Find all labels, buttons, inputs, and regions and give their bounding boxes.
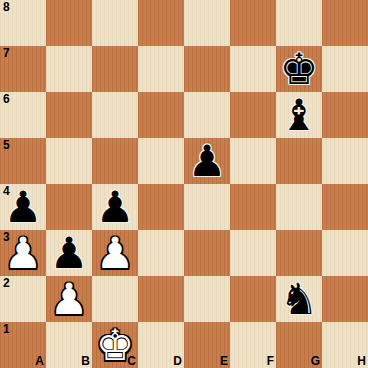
square-c7[interactable]	[92, 46, 138, 92]
rank-label-1: 1	[3, 323, 10, 336]
piece-black-pawn-b3[interactable]: ♟	[46, 230, 92, 276]
square-g2[interactable]: ♞	[276, 276, 322, 322]
rank-label-8: 8	[3, 1, 10, 14]
piece-black-pawn-a4[interactable]: ♟	[0, 184, 46, 230]
square-c1[interactable]: C♚	[92, 322, 138, 368]
file-label-a: A	[35, 355, 44, 368]
square-f3[interactable]	[230, 230, 276, 276]
square-d8[interactable]	[138, 0, 184, 46]
square-f2[interactable]	[230, 276, 276, 322]
piece-black-knight-g2[interactable]: ♞	[276, 276, 322, 322]
square-e4[interactable]	[184, 184, 230, 230]
square-h8[interactable]	[322, 0, 368, 46]
square-g8[interactable]	[276, 0, 322, 46]
square-g3[interactable]	[276, 230, 322, 276]
square-h2[interactable]	[322, 276, 368, 322]
square-g6[interactable]: ♝	[276, 92, 322, 138]
square-c5[interactable]	[92, 138, 138, 184]
file-label-g: G	[311, 355, 320, 368]
piece-black-pawn-c4[interactable]: ♟	[92, 184, 138, 230]
piece-black-pawn-e5[interactable]: ♟	[184, 138, 230, 184]
file-label-h: H	[357, 355, 366, 368]
square-f1[interactable]: F	[230, 322, 276, 368]
square-g4[interactable]	[276, 184, 322, 230]
square-a8[interactable]: 8	[0, 0, 46, 46]
square-b6[interactable]	[46, 92, 92, 138]
square-h4[interactable]	[322, 184, 368, 230]
square-h6[interactable]	[322, 92, 368, 138]
square-h5[interactable]	[322, 138, 368, 184]
square-d4[interactable]	[138, 184, 184, 230]
square-b4[interactable]	[46, 184, 92, 230]
square-a7[interactable]: 7	[0, 46, 46, 92]
rank-label-6: 6	[3, 93, 10, 106]
square-f6[interactable]	[230, 92, 276, 138]
chess-board: 87♚6♝5♟4♟♟3♟♟♟2♟♞1ABC♚DEFGH	[0, 0, 368, 368]
piece-white-pawn-c3[interactable]: ♟	[92, 230, 138, 276]
rank-label-2: 2	[3, 277, 10, 290]
piece-black-king-g7[interactable]: ♚	[276, 46, 322, 92]
piece-white-pawn-b2[interactable]: ♟	[46, 276, 92, 322]
square-a6[interactable]: 6	[0, 92, 46, 138]
square-a3[interactable]: 3♟	[0, 230, 46, 276]
square-b5[interactable]	[46, 138, 92, 184]
square-d2[interactable]	[138, 276, 184, 322]
square-f7[interactable]	[230, 46, 276, 92]
square-h1[interactable]: H	[322, 322, 368, 368]
square-b8[interactable]	[46, 0, 92, 46]
square-b3[interactable]: ♟	[46, 230, 92, 276]
square-d1[interactable]: D	[138, 322, 184, 368]
square-a1[interactable]: 1A	[0, 322, 46, 368]
square-c8[interactable]	[92, 0, 138, 46]
square-e2[interactable]	[184, 276, 230, 322]
square-d5[interactable]	[138, 138, 184, 184]
square-a4[interactable]: 4♟	[0, 184, 46, 230]
square-e1[interactable]: E	[184, 322, 230, 368]
square-h7[interactable]	[322, 46, 368, 92]
square-a2[interactable]: 2	[0, 276, 46, 322]
square-c2[interactable]	[92, 276, 138, 322]
file-label-d: D	[173, 355, 182, 368]
square-c4[interactable]: ♟	[92, 184, 138, 230]
rank-label-7: 7	[3, 47, 10, 60]
square-g7[interactable]: ♚	[276, 46, 322, 92]
piece-white-king-c1[interactable]: ♚	[92, 322, 138, 368]
square-e6[interactable]	[184, 92, 230, 138]
file-label-b: B	[81, 355, 90, 368]
piece-black-bishop-g6[interactable]: ♝	[276, 92, 322, 138]
square-f4[interactable]	[230, 184, 276, 230]
square-b7[interactable]	[46, 46, 92, 92]
square-e3[interactable]	[184, 230, 230, 276]
square-g5[interactable]	[276, 138, 322, 184]
square-f8[interactable]	[230, 0, 276, 46]
square-d3[interactable]	[138, 230, 184, 276]
square-f5[interactable]	[230, 138, 276, 184]
square-d6[interactable]	[138, 92, 184, 138]
square-c3[interactable]: ♟	[92, 230, 138, 276]
file-label-f: F	[267, 355, 274, 368]
square-d7[interactable]	[138, 46, 184, 92]
square-c6[interactable]	[92, 92, 138, 138]
piece-white-pawn-a3[interactable]: ♟	[0, 230, 46, 276]
square-h3[interactable]	[322, 230, 368, 276]
square-a5[interactable]: 5	[0, 138, 46, 184]
square-g1[interactable]: G	[276, 322, 322, 368]
square-e7[interactable]	[184, 46, 230, 92]
rank-label-5: 5	[3, 139, 10, 152]
file-label-e: E	[220, 355, 228, 368]
square-e8[interactable]	[184, 0, 230, 46]
square-b1[interactable]: B	[46, 322, 92, 368]
square-b2[interactable]: ♟	[46, 276, 92, 322]
square-e5[interactable]: ♟	[184, 138, 230, 184]
